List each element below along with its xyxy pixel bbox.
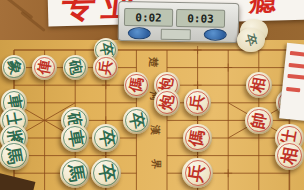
river-label: 楚 xyxy=(148,57,158,67)
piece-label: 兵 xyxy=(180,156,215,190)
piece-label: 馬 xyxy=(0,139,31,173)
xiangqi-piece-帥[interactable]: 帥 xyxy=(245,107,273,135)
xiangqi-piece-相[interactable]: 相 xyxy=(275,141,304,170)
captured-piece: 卒 xyxy=(237,28,265,52)
xiangqi-piece-相[interactable]: 相 xyxy=(246,72,272,98)
xiangqi-piece-卒[interactable]: 卒 xyxy=(92,124,121,153)
piece-label: 傌 xyxy=(121,70,151,100)
piece-label: 相 xyxy=(244,70,274,100)
piece-label: 卒 xyxy=(89,121,122,154)
piece-label: 炮 xyxy=(152,87,183,118)
piece-label: 象 xyxy=(0,53,28,82)
xiangqi-piece-砲[interactable]: 砲 xyxy=(63,55,88,80)
xiangqi-piece-炮[interactable]: 炮 xyxy=(154,89,181,116)
piece-label: 兵 xyxy=(182,87,213,118)
flyer-print xyxy=(287,74,304,80)
piece-label: 馬 xyxy=(58,156,93,190)
xiangqi-piece-兵[interactable]: 兵 xyxy=(184,89,211,116)
piece-label: 砲 xyxy=(61,53,90,82)
flyer-print xyxy=(290,51,304,57)
flyer-print xyxy=(286,87,300,92)
xiangqi-piece-馬[interactable]: 馬 xyxy=(60,158,90,188)
xiangqi-piece-俥[interactable]: 俥 xyxy=(32,55,57,80)
xiangqi-piece-馬[interactable]: 馬 xyxy=(0,141,29,170)
clock-display-left: 0:02 xyxy=(124,8,173,27)
xiangqi-piece-卒[interactable]: 卒 xyxy=(123,107,151,135)
river-label: 界 xyxy=(151,159,161,169)
piece-label: 傌 xyxy=(181,121,214,154)
piece-label: 俥 xyxy=(30,53,59,82)
xiangqi-piece-車[interactable]: 車 xyxy=(61,124,90,153)
xiangqi-piece-傌[interactable]: 傌 xyxy=(183,124,212,153)
clock-button-left[interactable] xyxy=(128,27,151,39)
piece-label: 兵 xyxy=(91,53,120,82)
piece-label: 相 xyxy=(272,139,304,173)
xiangqi-match-photo: 楚 河 漢 界 象車士將馬砲砲車馬卒卒卒卒俥兵傌炮炮兵傌兵相帥仕仕相 专业 瘾 … xyxy=(0,0,304,190)
piece-label: 卒 xyxy=(88,156,123,190)
banner-text-right: 瘾 xyxy=(248,0,278,14)
flyer-print xyxy=(289,63,304,69)
clock-button-right[interactable] xyxy=(204,28,227,40)
xiangqi-piece-兵[interactable]: 兵 xyxy=(93,55,118,80)
piece-label: 車 xyxy=(59,121,92,154)
piece-label: 帥 xyxy=(243,104,275,136)
xiangqi-piece-象[interactable]: 象 xyxy=(2,55,27,80)
xiangqi-piece-兵[interactable]: 兵 xyxy=(182,158,212,188)
xiangqi-piece-傌[interactable]: 傌 xyxy=(124,72,150,98)
xiangqi-piece-卒[interactable]: 卒 xyxy=(91,158,121,188)
chess-clock: 0:02 0:03 xyxy=(118,1,240,43)
piece-label: 卒 xyxy=(120,104,152,136)
clock-mini-display xyxy=(161,29,191,41)
clock-display-right: 0:03 xyxy=(176,9,225,28)
